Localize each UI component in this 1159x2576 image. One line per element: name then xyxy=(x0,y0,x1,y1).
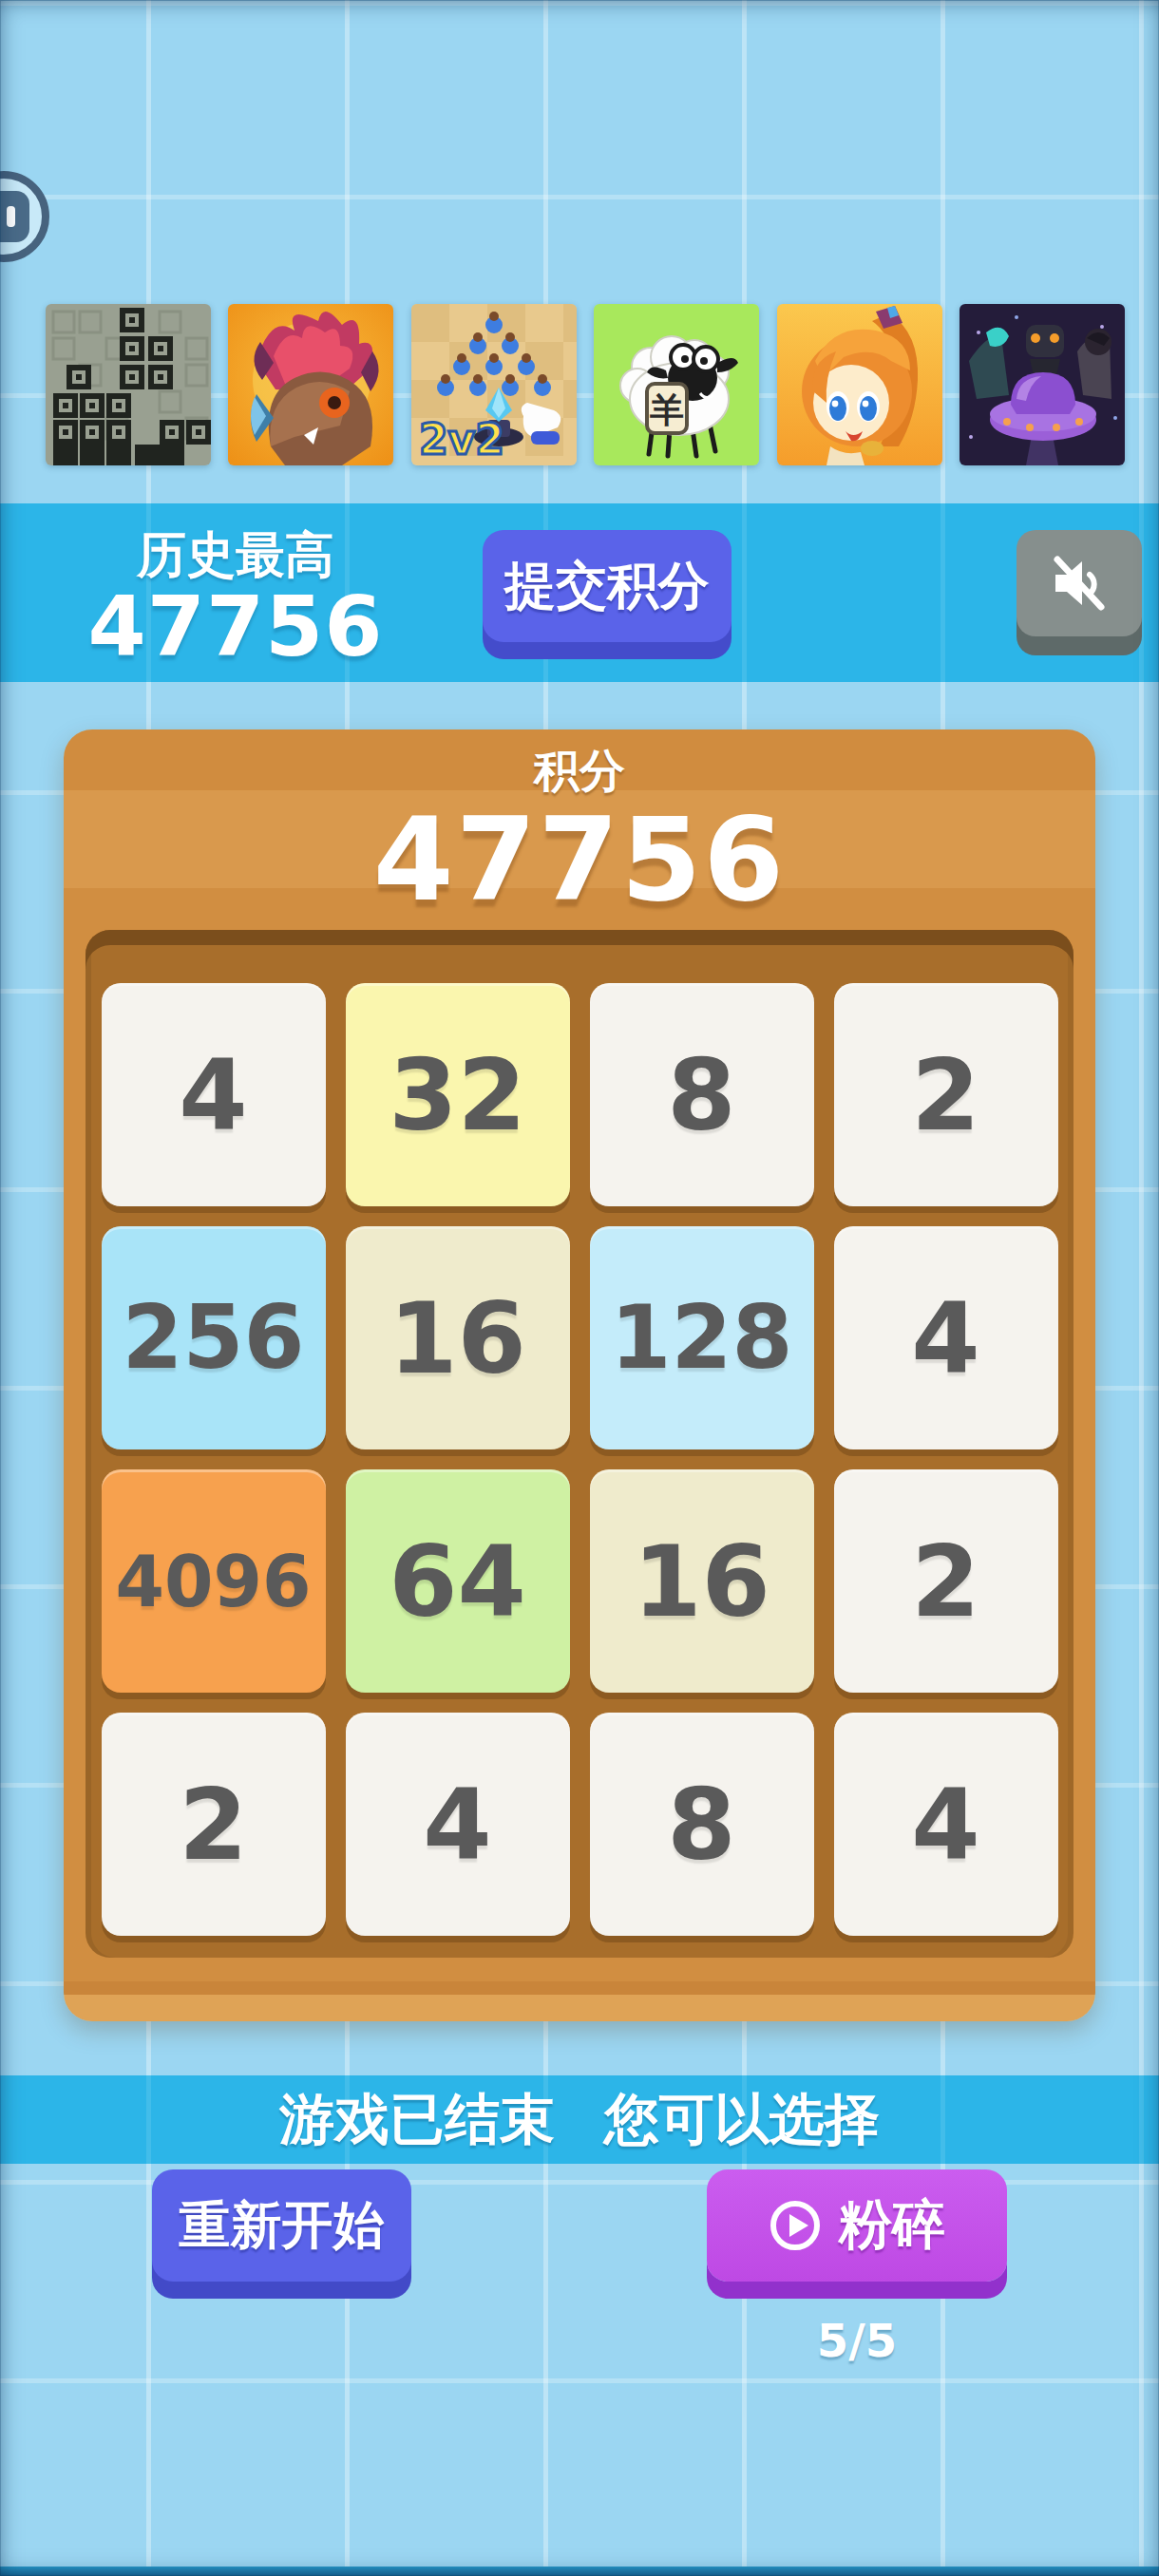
sci-fi-ufo-icon xyxy=(959,304,1125,465)
ad-icon-fire-beast[interactable] xyxy=(228,304,393,465)
fire-beast-icon xyxy=(228,304,393,465)
ad-icon-anime-girl[interactable] xyxy=(777,304,942,465)
restart-button[interactable]: 重新开始 xyxy=(152,2169,411,2282)
tetris-blocks-icon xyxy=(46,304,211,465)
game-screen: 2v2 xyxy=(0,0,1159,2576)
pause-icon xyxy=(0,191,29,242)
tile-8-r4c3: 8 xyxy=(590,1713,814,1936)
ad-icons-row: 2v2 xyxy=(0,304,1159,465)
status-text-2: 您可以选择 xyxy=(604,2083,880,2157)
tower-battle-icon: 2v2 xyxy=(411,304,577,465)
tile-4096-r3c1: 4096 xyxy=(102,1469,326,1693)
play-circle-icon xyxy=(769,2199,822,2252)
tile-64-r3c2: 64 xyxy=(346,1469,570,1693)
tile-2-r1c4: 2 xyxy=(834,983,1058,1206)
smash-button[interactable]: 粉碎 xyxy=(707,2169,1007,2282)
submit-score-button[interactable]: 提交积分 xyxy=(483,530,731,642)
tile-8-r1c3: 8 xyxy=(590,983,814,1206)
ad-2v2-caption: 2v2 xyxy=(419,415,504,464)
tile-2-r4c1: 2 xyxy=(102,1713,326,1936)
tile-256-r2c1: 256 xyxy=(102,1226,326,1449)
tile-16-r2c2: 16 xyxy=(346,1226,570,1449)
top-bar: 历史最高 47756 提交积分 xyxy=(0,503,1159,682)
tile-128-r2c3: 128 xyxy=(590,1226,814,1449)
status-text-1: 游戏已结束 xyxy=(279,2083,555,2157)
ad-icon-sci-fi-ufo[interactable] xyxy=(959,304,1125,465)
anime-girl-icon xyxy=(777,304,942,465)
smash-count: 5/5 xyxy=(707,2314,1007,2367)
ad-icon-tower-battle[interactable]: 2v2 xyxy=(411,304,577,465)
best-score-value: 47756 xyxy=(0,578,471,675)
tile-32-r1c2: 32 xyxy=(346,983,570,1206)
game-board: 积分 47756 432822561612844096641622484 xyxy=(64,729,1095,2021)
mute-button[interactable] xyxy=(1016,530,1142,636)
ad-sheep-tile-char: 羊 xyxy=(649,390,684,429)
tile-2-r3c4: 2 xyxy=(834,1469,1058,1693)
tile-4-r2c4: 4 xyxy=(834,1226,1058,1449)
speaker-muted-icon xyxy=(1048,552,1111,615)
tile-4-r1c1: 4 xyxy=(102,983,326,1206)
pause-button[interactable] xyxy=(0,171,49,262)
tile-16-r3c3: 16 xyxy=(590,1469,814,1693)
smash-label: 粉碎 xyxy=(839,2189,945,2262)
bottom-strip xyxy=(0,2567,1159,2576)
ad-icon-sheep[interactable]: 羊 xyxy=(594,304,759,465)
ad-icon-tetris[interactable] xyxy=(46,304,211,465)
sheep-puzzle-icon: 羊 xyxy=(594,304,759,465)
tile-4-r4c2: 4 xyxy=(346,1713,570,1936)
tile-4-r4c4: 4 xyxy=(834,1713,1058,1936)
status-band: 游戏已结束 您可以选择 xyxy=(0,2075,1159,2164)
tile-grid[interactable]: 432822561612844096641622484 xyxy=(85,930,1073,1958)
restart-label: 重新开始 xyxy=(180,2191,385,2261)
score-value: 47756 xyxy=(64,792,1095,927)
submit-score-label: 提交积分 xyxy=(504,552,710,621)
